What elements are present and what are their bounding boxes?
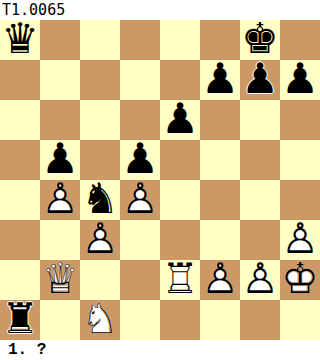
square-d2[interactable]: [120, 260, 160, 300]
piece-black-pawn: ♟: [160, 100, 200, 140]
piece-black-pawn: ♟: [280, 60, 320, 100]
square-e8[interactable]: [160, 20, 200, 60]
piece-white-pawn: ♟♙: [40, 180, 80, 220]
square-e5[interactable]: [160, 140, 200, 180]
piece-white-knight: ♞♘: [80, 300, 120, 340]
square-h1[interactable]: [280, 300, 320, 340]
square-c6[interactable]: [80, 100, 120, 140]
square-d8[interactable]: [120, 20, 160, 60]
square-e1[interactable]: [160, 300, 200, 340]
square-a6[interactable]: [0, 100, 40, 140]
square-e4[interactable]: [160, 180, 200, 220]
square-c7[interactable]: [80, 60, 120, 100]
piece-white-pawn: ♟♙: [80, 220, 120, 260]
square-h5[interactable]: [280, 140, 320, 180]
square-g6[interactable]: [240, 100, 280, 140]
square-e6[interactable]: ♟: [160, 100, 200, 140]
piece-white-pawn: ♟♙: [200, 260, 240, 300]
square-a7[interactable]: [0, 60, 40, 100]
piece-white-pawn: ♟♙: [120, 180, 160, 220]
square-g2[interactable]: ♟♙: [240, 260, 280, 300]
piece-white-pawn: ♟♙: [240, 260, 280, 300]
square-d3[interactable]: [120, 220, 160, 260]
square-f6[interactable]: [200, 100, 240, 140]
piece-white-queen: ♛♕: [40, 260, 80, 300]
square-h7[interactable]: ♟: [280, 60, 320, 100]
square-g4[interactable]: [240, 180, 280, 220]
square-a1[interactable]: ♜: [0, 300, 40, 340]
square-c3[interactable]: ♟♙: [80, 220, 120, 260]
square-e2[interactable]: ♜♖: [160, 260, 200, 300]
square-f7[interactable]: ♟: [200, 60, 240, 100]
piece-black-rook: ♜: [0, 300, 40, 340]
square-g1[interactable]: [240, 300, 280, 340]
move-prompt: 1. ?: [0, 340, 320, 360]
square-c8[interactable]: [80, 20, 120, 60]
square-b7[interactable]: [40, 60, 80, 100]
square-f4[interactable]: [200, 180, 240, 220]
square-h2[interactable]: ♚♔: [280, 260, 320, 300]
square-h6[interactable]: [280, 100, 320, 140]
square-a8[interactable]: ♛: [0, 20, 40, 60]
square-b4[interactable]: ♟♙: [40, 180, 80, 220]
piece-black-queen: ♛: [0, 20, 40, 60]
square-c1[interactable]: ♞♘: [80, 300, 120, 340]
square-b8[interactable]: [40, 20, 80, 60]
square-b1[interactable]: [40, 300, 80, 340]
square-g5[interactable]: [240, 140, 280, 180]
square-d1[interactable]: [120, 300, 160, 340]
piece-white-rook: ♜♖: [160, 260, 200, 300]
chess-board: ♛♚♟♟♟♟♟♟♟♙♞♟♙♟♙♟♙♛♕♜♖♟♙♟♙♚♔♜♞♘: [0, 20, 320, 340]
square-f1[interactable]: [200, 300, 240, 340]
square-g7[interactable]: ♟: [240, 60, 280, 100]
square-a5[interactable]: [0, 140, 40, 180]
square-f5[interactable]: [200, 140, 240, 180]
piece-black-pawn: ♟: [240, 60, 280, 100]
square-a3[interactable]: [0, 220, 40, 260]
piece-black-pawn: ♟: [200, 60, 240, 100]
square-a4[interactable]: [0, 180, 40, 220]
square-d4[interactable]: ♟♙: [120, 180, 160, 220]
piece-white-king: ♚♔: [280, 260, 320, 300]
square-f2[interactable]: ♟♙: [200, 260, 240, 300]
square-d7[interactable]: [120, 60, 160, 100]
square-b2[interactable]: ♛♕: [40, 260, 80, 300]
